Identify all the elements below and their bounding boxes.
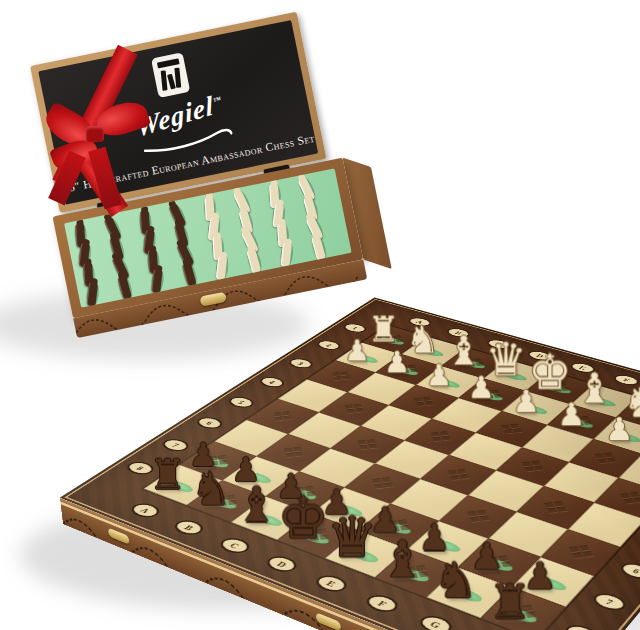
black-knight: ♞ <box>433 556 477 605</box>
black-queen: ♛ <box>327 509 377 565</box>
white-pawn: ♟ <box>384 348 410 377</box>
black-king: ♚ <box>278 489 330 546</box>
white-pawn: ♟ <box>344 336 370 365</box>
chess-board: ♜♞♝♛♚♝♞♜♟♟♟♟♟♟♟♟♟♟♟♟♟♟♟♟♜♞♝♚♛♝♞♜ AABBCCD… <box>60 297 640 630</box>
white-pawn: ♟ <box>558 399 586 430</box>
white-knight: ♞ <box>406 321 439 358</box>
white-pawn: ♟ <box>512 386 539 417</box>
black-knight: ♞ <box>191 467 231 512</box>
white-pawn: ♟ <box>468 373 495 403</box>
black-bishop: ♝ <box>380 534 425 585</box>
black-rook: ♜ <box>149 453 186 495</box>
black-rook: ♜ <box>489 578 532 626</box>
white-pawn: ♟ <box>605 413 633 445</box>
white-rook: ♜ <box>368 312 399 347</box>
black-bishop: ♝ <box>235 481 278 529</box>
white-pawn: ♟ <box>425 360 452 390</box>
product-photo-chess-set: { "game": "chess", "product": { "brand_s… <box>0 0 640 630</box>
board-scene: ♜♞♝♛♚♝♞♜♟♟♟♟♟♟♟♟♟♟♟♟♟♟♟♟♜♞♝♚♛♝♞♜ AABBCCD… <box>0 0 640 630</box>
